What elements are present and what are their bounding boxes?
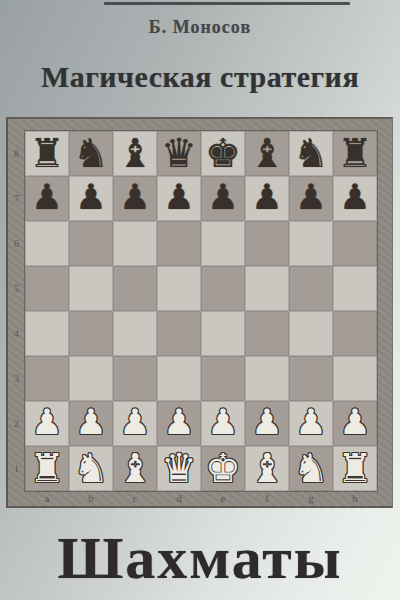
file-label-d: d xyxy=(157,489,201,506)
series-title: Шахматы xyxy=(0,524,400,593)
square-e5 xyxy=(201,266,245,311)
author-name: Б. Моносов xyxy=(0,17,400,38)
square-h7: ♟ xyxy=(333,176,377,221)
square-d3 xyxy=(157,356,201,401)
square-c8: ♝ xyxy=(113,131,157,176)
black-rook-a8: ♜ xyxy=(29,133,65,173)
square-h4 xyxy=(333,311,377,356)
square-b1: ♞ xyxy=(69,446,113,491)
square-h6 xyxy=(333,221,377,266)
square-e4 xyxy=(201,311,245,356)
rank-labels: 87654321 xyxy=(8,131,25,491)
rank-label-4: 4 xyxy=(8,311,25,356)
white-queen-d1: ♛ xyxy=(161,448,197,488)
black-king-e8: ♚ xyxy=(205,133,241,173)
square-c1: ♝ xyxy=(113,446,157,491)
black-rook-h8: ♜ xyxy=(337,133,373,173)
chess-board: 87654321 ♜♞♝♛♚♝♞♜♟♟♟♟♟♟♟♟♟♟♟♟♟♟♟♟♜♞♝♛♚♝♞… xyxy=(6,117,393,508)
square-e8: ♚ xyxy=(201,131,245,176)
white-bishop-c1: ♝ xyxy=(117,448,153,488)
square-e3 xyxy=(201,356,245,401)
white-pawn-g2: ♟ xyxy=(295,405,326,440)
square-b6 xyxy=(69,221,113,266)
black-pawn-g7: ♟ xyxy=(295,180,326,215)
file-label-h: h xyxy=(333,489,377,506)
black-knight-b8: ♞ xyxy=(73,133,109,173)
square-b3 xyxy=(69,356,113,401)
square-a4 xyxy=(25,311,69,356)
book-cover: Б. Моносов Магическая стратегия 87654321… xyxy=(0,0,400,600)
square-g4 xyxy=(289,311,333,356)
square-f4 xyxy=(245,311,289,356)
square-f3 xyxy=(245,356,289,401)
square-f1: ♝ xyxy=(245,446,289,491)
square-b2: ♟ xyxy=(69,401,113,446)
square-b4 xyxy=(69,311,113,356)
file-labels: abcdefgh xyxy=(25,489,377,506)
square-a2: ♟ xyxy=(25,401,69,446)
rank-label-6: 6 xyxy=(8,221,25,266)
square-d2: ♟ xyxy=(157,401,201,446)
black-bishop-f8: ♝ xyxy=(249,133,285,173)
white-rook-a1: ♜ xyxy=(29,448,65,488)
square-a6 xyxy=(25,221,69,266)
rank-label-5: 5 xyxy=(8,266,25,311)
white-knight-g1: ♞ xyxy=(293,448,329,488)
square-a7: ♟ xyxy=(25,176,69,221)
square-g8: ♞ xyxy=(289,131,333,176)
white-king-e1: ♚ xyxy=(205,448,241,488)
black-queen-d8: ♛ xyxy=(161,133,197,173)
black-pawn-c7: ♟ xyxy=(119,180,150,215)
file-label-a: a xyxy=(25,489,69,506)
square-g1: ♞ xyxy=(289,446,333,491)
black-pawn-a7: ♟ xyxy=(31,180,62,215)
file-label-f: f xyxy=(245,489,289,506)
square-h8: ♜ xyxy=(333,131,377,176)
white-pawn-b2: ♟ xyxy=(75,405,106,440)
square-b5 xyxy=(69,266,113,311)
black-pawn-d7: ♟ xyxy=(163,180,194,215)
square-b7: ♟ xyxy=(69,176,113,221)
top-border-line xyxy=(104,2,350,5)
book-title: Магическая стратегия xyxy=(0,60,400,94)
white-pawn-f2: ♟ xyxy=(251,405,282,440)
rank-label-2: 2 xyxy=(8,401,25,446)
square-e2: ♟ xyxy=(201,401,245,446)
square-c4 xyxy=(113,311,157,356)
white-bishop-f1: ♝ xyxy=(249,448,285,488)
file-label-g: g xyxy=(289,489,333,506)
square-f6 xyxy=(245,221,289,266)
white-pawn-d2: ♟ xyxy=(163,405,194,440)
square-f2: ♟ xyxy=(245,401,289,446)
square-g3 xyxy=(289,356,333,401)
square-d7: ♟ xyxy=(157,176,201,221)
black-pawn-h7: ♟ xyxy=(339,180,370,215)
square-a8: ♜ xyxy=(25,131,69,176)
white-pawn-e2: ♟ xyxy=(207,405,238,440)
square-b8: ♞ xyxy=(69,131,113,176)
square-e1: ♚ xyxy=(201,446,245,491)
file-label-c: c xyxy=(113,489,157,506)
square-c2: ♟ xyxy=(113,401,157,446)
black-bishop-c8: ♝ xyxy=(117,133,153,173)
square-f7: ♟ xyxy=(245,176,289,221)
file-label-b: b xyxy=(69,489,113,506)
rank-label-3: 3 xyxy=(8,356,25,401)
square-d1: ♛ xyxy=(157,446,201,491)
rank-label-7: 7 xyxy=(8,176,25,221)
square-a1: ♜ xyxy=(25,446,69,491)
black-pawn-e7: ♟ xyxy=(207,180,238,215)
square-g5 xyxy=(289,266,333,311)
square-a5 xyxy=(25,266,69,311)
square-c7: ♟ xyxy=(113,176,157,221)
square-e6 xyxy=(201,221,245,266)
square-c5 xyxy=(113,266,157,311)
square-d5 xyxy=(157,266,201,311)
white-pawn-h2: ♟ xyxy=(339,405,370,440)
square-g2: ♟ xyxy=(289,401,333,446)
square-d4 xyxy=(157,311,201,356)
file-label-e: e xyxy=(201,489,245,506)
square-c3 xyxy=(113,356,157,401)
black-knight-g8: ♞ xyxy=(293,133,329,173)
square-g6 xyxy=(289,221,333,266)
square-f8: ♝ xyxy=(245,131,289,176)
black-pawn-b7: ♟ xyxy=(75,180,106,215)
square-f5 xyxy=(245,266,289,311)
white-pawn-a2: ♟ xyxy=(31,405,62,440)
square-g7: ♟ xyxy=(289,176,333,221)
white-knight-b1: ♞ xyxy=(73,448,109,488)
square-h3 xyxy=(333,356,377,401)
square-h1: ♜ xyxy=(333,446,377,491)
black-pawn-f7: ♟ xyxy=(251,180,282,215)
white-rook-h1: ♜ xyxy=(337,448,373,488)
square-a3 xyxy=(25,356,69,401)
board-squares: ♜♞♝♛♚♝♞♜♟♟♟♟♟♟♟♟♟♟♟♟♟♟♟♟♜♞♝♛♚♝♞♜ xyxy=(25,131,377,491)
rank-label-8: 8 xyxy=(8,131,25,176)
square-d8: ♛ xyxy=(157,131,201,176)
square-e7: ♟ xyxy=(201,176,245,221)
square-c6 xyxy=(113,221,157,266)
square-h5 xyxy=(333,266,377,311)
square-h2: ♟ xyxy=(333,401,377,446)
rank-label-1: 1 xyxy=(8,446,25,491)
square-d6 xyxy=(157,221,201,266)
white-pawn-c2: ♟ xyxy=(119,405,150,440)
